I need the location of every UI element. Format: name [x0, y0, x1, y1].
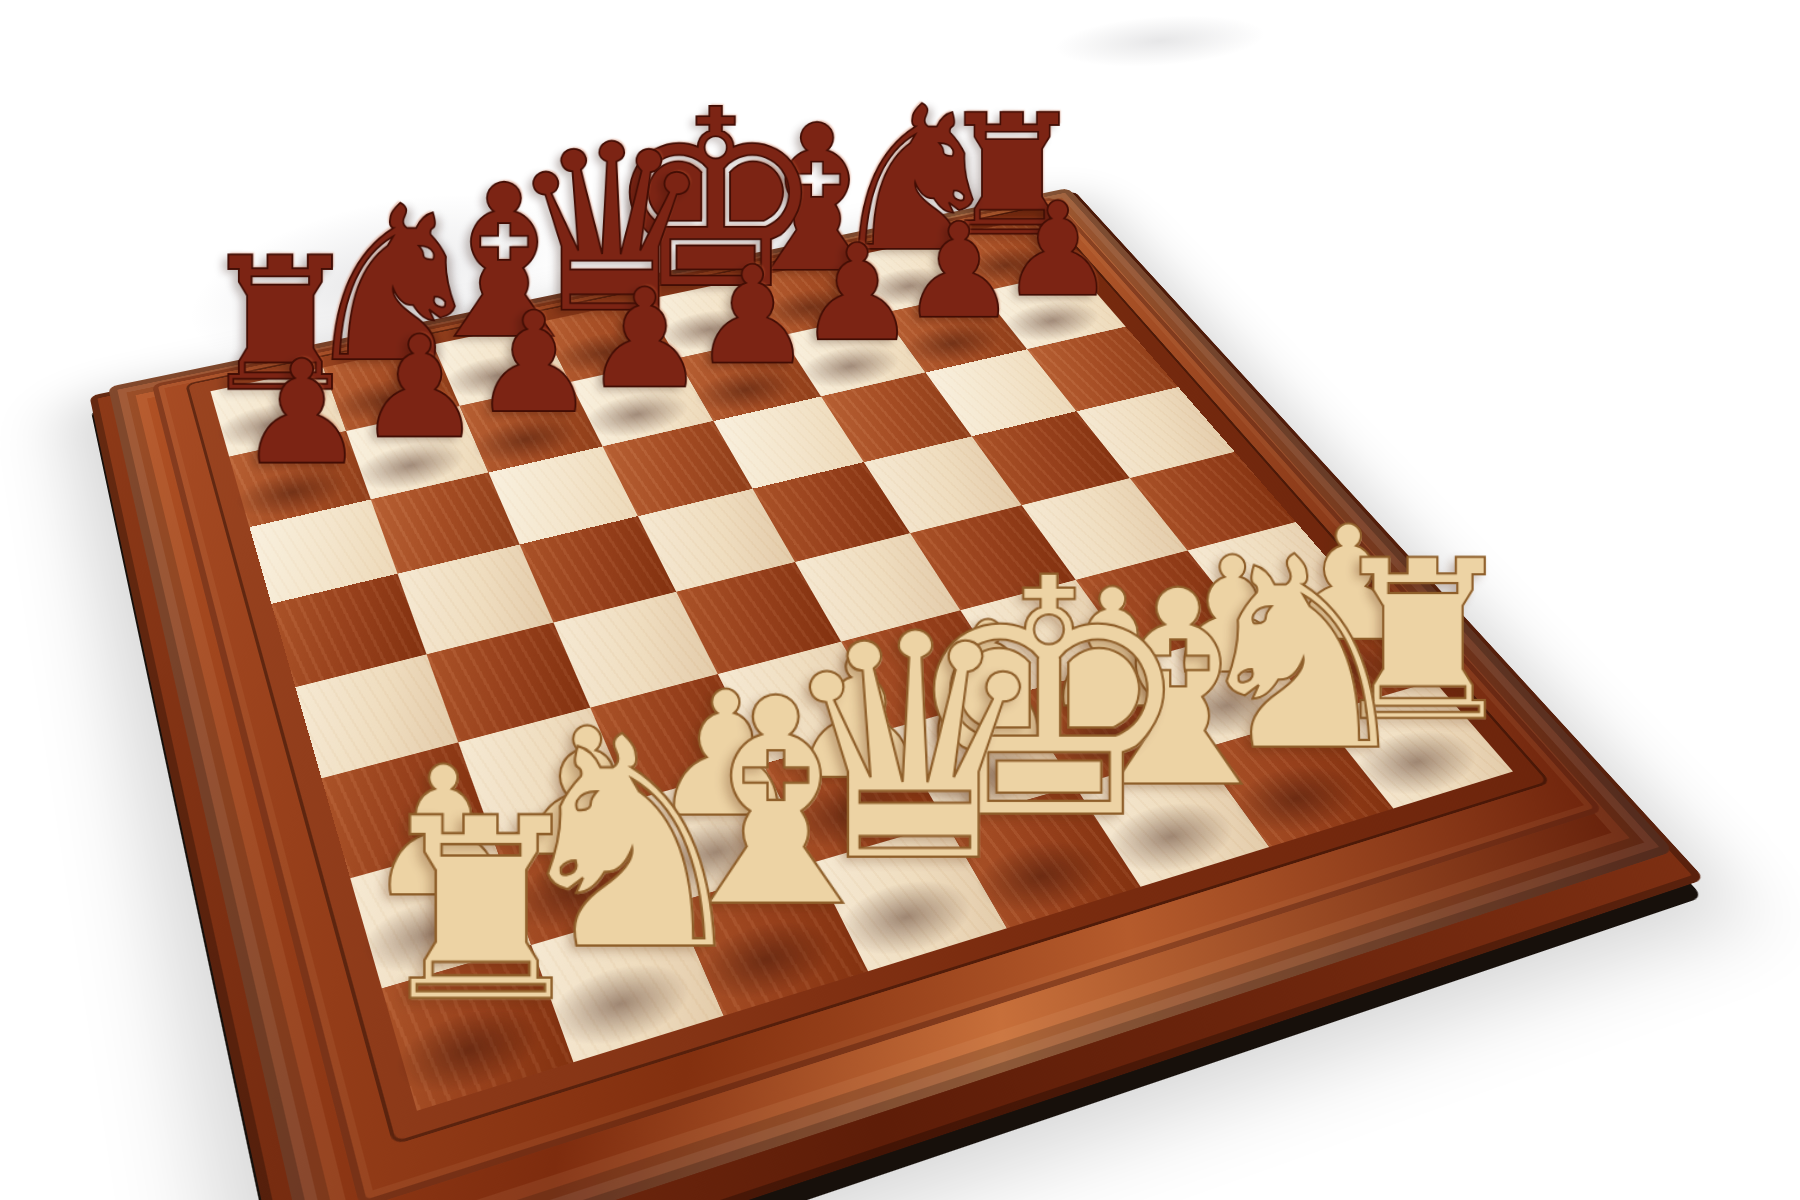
photo-scene: ♜♞♝♛♚♝♞♜♟♟♟♟♟♟♟♟♟♟♟♟♟♟♟♟♜♞♝♛♚♝♞♜ — [0, 0, 1800, 1200]
piece-black-pawn-b7[interactable]: ♟ — [346, 406, 488, 499]
square-b7[interactable]: ♟ — [346, 406, 488, 499]
black-pawn-icon: ♟ — [471, 293, 596, 432]
black-pawn-icon: ♟ — [583, 270, 706, 407]
black-pawn-icon: ♟ — [356, 317, 483, 459]
black-pawn-icon: ♟ — [797, 226, 917, 359]
black-pawn-icon: ♟ — [899, 205, 1017, 337]
chess-board: ♜♞♝♛♚♝♞♜♟♟♟♟♟♟♟♟♟♟♟♟♟♟♟♟♜♞♝♛♚♝♞♜ — [210, 219, 1513, 1111]
black-pawn-icon: ♟ — [691, 248, 812, 383]
white-rook-icon: ♜ — [367, 785, 593, 1037]
black-pawn-icon: ♟ — [237, 341, 366, 485]
